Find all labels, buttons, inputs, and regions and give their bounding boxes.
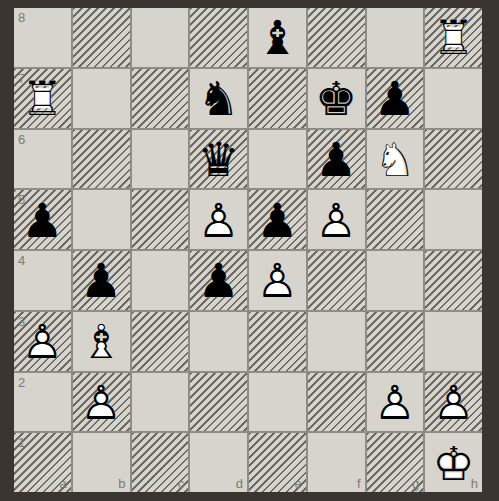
- square-f6[interactable]: ♟: [308, 130, 365, 189]
- chess-board: 8♝♜♖7♜♖♞♚♟6♛♟♞♘5♟♟♙♟♟♙4♟♟♟♙3♟♙♝♗2♟♙♟♙♟♙1…: [14, 8, 482, 492]
- square-g5[interactable]: [367, 190, 424, 249]
- square-h4[interactable]: [425, 251, 482, 310]
- piece-black-queen[interactable]: ♛: [192, 132, 246, 186]
- black-knight-glyph: ♞: [198, 75, 240, 122]
- black-pawn-glyph: ♟: [315, 135, 357, 182]
- square-e7[interactable]: [249, 69, 306, 128]
- white-pawn-outline-glyph: ♙: [315, 196, 357, 243]
- square-e8[interactable]: ♝: [249, 8, 306, 67]
- square-h7[interactable]: [425, 69, 482, 128]
- square-d2[interactable]: [190, 373, 247, 432]
- white-rook-outline-glyph: ♖: [21, 75, 63, 122]
- square-c5[interactable]: [132, 190, 189, 249]
- piece-white-pawn[interactable]: ♟♙: [15, 314, 69, 368]
- square-a4[interactable]: 4: [14, 251, 71, 310]
- piece-black-pawn[interactable]: ♟: [368, 71, 422, 125]
- square-g3[interactable]: [367, 312, 424, 371]
- square-b2[interactable]: ♟♙: [73, 373, 130, 432]
- piece-black-bishop[interactable]: ♝: [250, 10, 304, 64]
- rank-label-8: 8: [18, 10, 25, 25]
- square-c3[interactable]: [132, 312, 189, 371]
- rank-label-1: 1: [18, 435, 25, 450]
- piece-white-rook[interactable]: ♜♖: [15, 71, 69, 125]
- piece-black-pawn[interactable]: ♟: [250, 193, 304, 247]
- square-h3[interactable]: [425, 312, 482, 371]
- square-a5[interactable]: 5♟: [14, 190, 71, 249]
- square-d5[interactable]: ♟♙: [190, 190, 247, 249]
- square-a6[interactable]: 6: [14, 130, 71, 189]
- square-d3[interactable]: [190, 312, 247, 371]
- file-label-a: a: [60, 476, 67, 491]
- piece-white-knight[interactable]: ♞♘: [368, 132, 422, 186]
- black-king-glyph: ♚: [315, 75, 357, 122]
- square-b7[interactable]: [73, 69, 130, 128]
- square-a2[interactable]: 2: [14, 373, 71, 432]
- square-f1[interactable]: f: [308, 433, 365, 492]
- square-b8[interactable]: [73, 8, 130, 67]
- square-b3[interactable]: ♝♗: [73, 312, 130, 371]
- square-h5[interactable]: [425, 190, 482, 249]
- file-label-d: d: [236, 476, 243, 491]
- square-d1[interactable]: d: [190, 433, 247, 492]
- white-pawn-outline-glyph: ♙: [256, 257, 298, 304]
- piece-black-knight[interactable]: ♞: [192, 71, 246, 125]
- file-label-b: b: [118, 476, 125, 491]
- chess-diagram-screenshot: { "game": "chess", "position": { "fen": …: [0, 0, 499, 501]
- square-d7[interactable]: ♞: [190, 69, 247, 128]
- white-pawn-outline-glyph: ♙: [80, 378, 122, 425]
- white-pawn-outline-glyph: ♙: [198, 196, 240, 243]
- square-e4[interactable]: ♟♙: [249, 251, 306, 310]
- white-bishop-outline-glyph: ♗: [80, 318, 122, 365]
- file-label-e: e: [295, 476, 302, 491]
- square-c7[interactable]: [132, 69, 189, 128]
- piece-white-pawn[interactable]: ♟♙: [250, 253, 304, 307]
- square-c4[interactable]: [132, 251, 189, 310]
- piece-white-pawn[interactable]: ♟♙: [368, 375, 422, 429]
- white-pawn-outline-glyph: ♙: [374, 378, 416, 425]
- white-rook-outline-glyph: ♖: [433, 14, 475, 61]
- square-f3[interactable]: [308, 312, 365, 371]
- square-a7[interactable]: 7♜♖: [14, 69, 71, 128]
- square-h6[interactable]: [425, 130, 482, 189]
- square-a1[interactable]: 1a: [14, 433, 71, 492]
- square-b5[interactable]: [73, 190, 130, 249]
- square-f5[interactable]: ♟♙: [308, 190, 365, 249]
- black-pawn-glyph: ♟: [198, 257, 240, 304]
- black-pawn-glyph: ♟: [21, 196, 63, 243]
- white-king-outline-glyph: ♔: [433, 439, 475, 486]
- white-pawn-outline-glyph: ♙: [433, 378, 475, 425]
- piece-white-pawn[interactable]: ♟♙: [427, 375, 481, 429]
- square-c2[interactable]: [132, 373, 189, 432]
- file-label-f: f: [357, 476, 361, 491]
- rank-label-4: 4: [18, 253, 25, 268]
- square-h1[interactable]: h♚♔: [425, 433, 482, 492]
- square-g6[interactable]: ♞♘: [367, 130, 424, 189]
- piece-black-pawn[interactable]: ♟: [192, 253, 246, 307]
- piece-white-bishop[interactable]: ♝♗: [74, 314, 128, 368]
- square-b6[interactable]: [73, 130, 130, 189]
- square-c8[interactable]: [132, 8, 189, 67]
- piece-white-king[interactable]: ♚♔: [427, 436, 481, 490]
- square-g4[interactable]: [367, 251, 424, 310]
- file-label-g: g: [412, 476, 419, 491]
- rank-label-2: 2: [18, 375, 25, 390]
- rank-label-6: 6: [18, 132, 25, 147]
- piece-black-king[interactable]: ♚: [309, 71, 363, 125]
- square-g7[interactable]: ♟: [367, 69, 424, 128]
- black-pawn-glyph: ♟: [256, 196, 298, 243]
- piece-black-pawn[interactable]: ♟: [309, 132, 363, 186]
- square-f8[interactable]: [308, 8, 365, 67]
- square-f4[interactable]: [308, 251, 365, 310]
- square-e1[interactable]: e: [249, 433, 306, 492]
- square-d4[interactable]: ♟: [190, 251, 247, 310]
- piece-white-pawn[interactable]: ♟♙: [74, 375, 128, 429]
- square-e5[interactable]: ♟: [249, 190, 306, 249]
- square-a8[interactable]: 8: [14, 8, 71, 67]
- square-h8[interactable]: ♜♖: [425, 8, 482, 67]
- piece-white-rook[interactable]: ♜♖: [427, 10, 481, 64]
- black-bishop-glyph: ♝: [256, 14, 298, 61]
- white-pawn-outline-glyph: ♙: [21, 318, 63, 365]
- square-d8[interactable]: [190, 8, 247, 67]
- square-b1[interactable]: b: [73, 433, 130, 492]
- square-f7[interactable]: ♚: [308, 69, 365, 128]
- square-e2[interactable]: [249, 373, 306, 432]
- square-c6[interactable]: [132, 130, 189, 189]
- square-g2[interactable]: ♟♙: [367, 373, 424, 432]
- square-a3[interactable]: 3♟♙: [14, 312, 71, 371]
- square-g8[interactable]: [367, 8, 424, 67]
- white-knight-outline-glyph: ♘: [374, 135, 416, 182]
- black-queen-glyph: ♛: [198, 135, 240, 182]
- square-b4[interactable]: ♟: [73, 251, 130, 310]
- piece-black-pawn[interactable]: ♟: [15, 193, 69, 247]
- piece-black-pawn[interactable]: ♟: [74, 253, 128, 307]
- square-d6[interactable]: ♛: [190, 130, 247, 189]
- square-e6[interactable]: [249, 130, 306, 189]
- black-pawn-glyph: ♟: [80, 257, 122, 304]
- square-h2[interactable]: ♟♙: [425, 373, 482, 432]
- file-label-c: c: [178, 476, 185, 491]
- square-e3[interactable]: [249, 312, 306, 371]
- square-g1[interactable]: g: [367, 433, 424, 492]
- square-f2[interactable]: [308, 373, 365, 432]
- black-pawn-glyph: ♟: [374, 75, 416, 122]
- piece-white-pawn[interactable]: ♟♙: [309, 193, 363, 247]
- square-c1[interactable]: c: [132, 433, 189, 492]
- piece-white-pawn[interactable]: ♟♙: [192, 193, 246, 247]
